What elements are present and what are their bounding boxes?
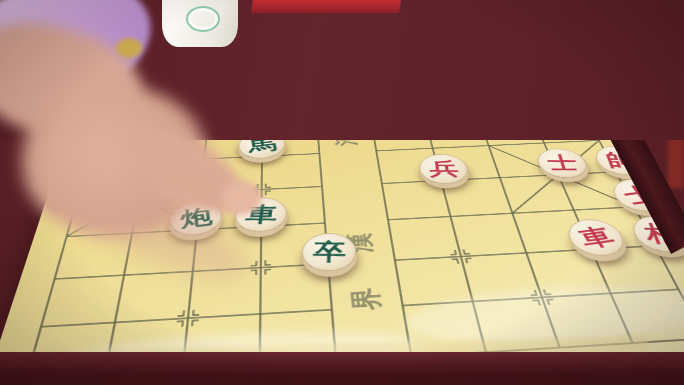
photo-scene: 楚河漢界車將士象馬炮炮卒馬車卒卒兵馬兵兵炮炮馬士車帥士相 bbox=[0, 0, 684, 385]
piece-glyph: 士 bbox=[545, 154, 579, 172]
table-surface-front bbox=[0, 352, 684, 385]
paper-cup bbox=[162, 0, 238, 47]
red-sign bbox=[251, 0, 401, 13]
piece-glyph: 車 bbox=[574, 224, 618, 250]
piece-glyph: 卒 bbox=[312, 240, 346, 263]
player-fingertip bbox=[222, 181, 262, 214]
wristwatch bbox=[116, 38, 142, 58]
cup-logo bbox=[186, 6, 220, 32]
piece-glyph: 兵 bbox=[428, 160, 459, 178]
